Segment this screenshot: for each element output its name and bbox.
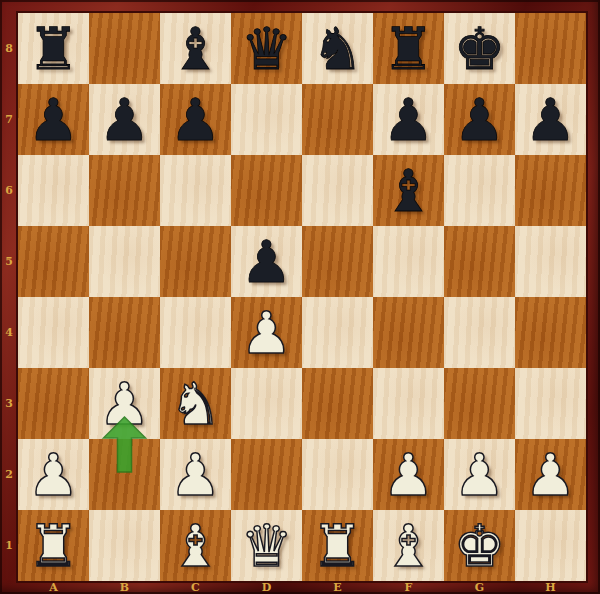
- piece-black-queen[interactable]: ♛: [231, 13, 302, 84]
- file-label-d: D: [231, 581, 302, 594]
- rank-label-6: 6: [0, 155, 18, 226]
- square-c5[interactable]: [160, 226, 231, 297]
- square-b2[interactable]: [89, 439, 160, 510]
- square-h5[interactable]: [515, 226, 586, 297]
- piece-white-pawn[interactable]: ♟: [231, 297, 302, 368]
- square-b5[interactable]: [89, 226, 160, 297]
- square-b8[interactable]: [89, 13, 160, 84]
- piece-black-pawn[interactable]: ♟: [231, 226, 302, 297]
- square-a7[interactable]: ♟: [18, 84, 89, 155]
- square-a5[interactable]: [18, 226, 89, 297]
- square-h7[interactable]: ♟: [515, 84, 586, 155]
- square-e7[interactable]: [302, 84, 373, 155]
- piece-black-pawn[interactable]: ♟: [160, 84, 231, 155]
- file-label-b: B: [89, 581, 160, 594]
- piece-black-pawn[interactable]: ♟: [373, 84, 444, 155]
- square-f7[interactable]: ♟: [373, 84, 444, 155]
- piece-white-queen[interactable]: ♛: [231, 510, 302, 581]
- piece-black-pawn[interactable]: ♟: [18, 84, 89, 155]
- piece-black-bishop[interactable]: ♝: [160, 13, 231, 84]
- square-b4[interactable]: [89, 297, 160, 368]
- square-b1[interactable]: [89, 510, 160, 581]
- square-f3[interactable]: [373, 368, 444, 439]
- square-h4[interactable]: [515, 297, 586, 368]
- square-h8[interactable]: [515, 13, 586, 84]
- piece-white-pawn[interactable]: ♟: [18, 439, 89, 510]
- square-e8[interactable]: ♞: [302, 13, 373, 84]
- square-a4[interactable]: [18, 297, 89, 368]
- file-label-a: A: [18, 581, 89, 594]
- square-d3[interactable]: [231, 368, 302, 439]
- file-label-e: E: [302, 581, 373, 594]
- piece-white-rook[interactable]: ♜: [302, 510, 373, 581]
- piece-white-bishop[interactable]: ♝: [373, 510, 444, 581]
- file-label-c: C: [160, 581, 231, 594]
- piece-white-bishop[interactable]: ♝: [160, 510, 231, 581]
- square-a1[interactable]: ♜: [18, 510, 89, 581]
- piece-black-knight[interactable]: ♞: [302, 13, 373, 84]
- square-g2[interactable]: ♟: [444, 439, 515, 510]
- square-c1[interactable]: ♝: [160, 510, 231, 581]
- piece-black-king[interactable]: ♚: [444, 13, 515, 84]
- square-c4[interactable]: [160, 297, 231, 368]
- square-a6[interactable]: [18, 155, 89, 226]
- piece-black-pawn[interactable]: ♟: [89, 84, 160, 155]
- square-g1[interactable]: ♚: [444, 510, 515, 581]
- piece-black-pawn[interactable]: ♟: [444, 84, 515, 155]
- square-h2[interactable]: ♟: [515, 439, 586, 510]
- square-d7[interactable]: [231, 84, 302, 155]
- square-g5[interactable]: [444, 226, 515, 297]
- square-e3[interactable]: [302, 368, 373, 439]
- square-a2[interactable]: ♟: [18, 439, 89, 510]
- square-f8[interactable]: ♜: [373, 13, 444, 84]
- rank-label-2: 2: [0, 439, 18, 510]
- piece-white-knight[interactable]: ♞: [160, 368, 231, 439]
- piece-white-pawn[interactable]: ♟: [160, 439, 231, 510]
- square-b3[interactable]: ♟: [89, 368, 160, 439]
- square-g7[interactable]: ♟: [444, 84, 515, 155]
- file-labels: ABCDEFGH: [18, 581, 586, 594]
- piece-white-pawn[interactable]: ♟: [89, 368, 160, 439]
- square-f4[interactable]: [373, 297, 444, 368]
- square-f1[interactable]: ♝: [373, 510, 444, 581]
- square-g8[interactable]: ♚: [444, 13, 515, 84]
- square-h6[interactable]: [515, 155, 586, 226]
- piece-white-pawn[interactable]: ♟: [515, 439, 586, 510]
- piece-black-bishop[interactable]: ♝: [373, 155, 444, 226]
- rank-label-1: 1: [0, 510, 18, 581]
- file-label-h: H: [515, 581, 586, 594]
- square-e6[interactable]: [302, 155, 373, 226]
- square-d2[interactable]: [231, 439, 302, 510]
- square-c3[interactable]: ♞: [160, 368, 231, 439]
- piece-white-pawn[interactable]: ♟: [373, 439, 444, 510]
- square-c2[interactable]: ♟: [160, 439, 231, 510]
- rank-label-5: 5: [0, 226, 18, 297]
- square-d6[interactable]: [231, 155, 302, 226]
- piece-white-rook[interactable]: ♜: [18, 510, 89, 581]
- square-a3[interactable]: [18, 368, 89, 439]
- piece-white-pawn[interactable]: ♟: [444, 439, 515, 510]
- square-c8[interactable]: ♝: [160, 13, 231, 84]
- board-frame: 87654321 ♜♝♛♞♜♚♟♟♟♟♟♟♝♟♟♟♞♟♟♟♟♟♜♝♛♜♝♚ AB…: [0, 0, 600, 594]
- square-b6[interactable]: [89, 155, 160, 226]
- piece-black-pawn[interactable]: ♟: [515, 84, 586, 155]
- rank-labels: 87654321: [0, 13, 18, 581]
- square-d1[interactable]: ♛: [231, 510, 302, 581]
- rank-label-4: 4: [0, 297, 18, 368]
- chess-board[interactable]: ♜♝♛♞♜♚♟♟♟♟♟♟♝♟♟♟♞♟♟♟♟♟♜♝♛♜♝♚: [18, 13, 586, 581]
- square-g6[interactable]: [444, 155, 515, 226]
- square-d8[interactable]: ♛: [231, 13, 302, 84]
- square-e2[interactable]: [302, 439, 373, 510]
- square-h1[interactable]: [515, 510, 586, 581]
- square-c7[interactable]: ♟: [160, 84, 231, 155]
- piece-black-rook[interactable]: ♜: [18, 13, 89, 84]
- file-label-f: F: [373, 581, 444, 594]
- rank-label-7: 7: [0, 84, 18, 155]
- rank-label-8: 8: [0, 13, 18, 84]
- piece-black-rook[interactable]: ♜: [373, 13, 444, 84]
- rank-label-3: 3: [0, 368, 18, 439]
- square-e5[interactable]: [302, 226, 373, 297]
- square-a8[interactable]: ♜: [18, 13, 89, 84]
- square-h3[interactable]: [515, 368, 586, 439]
- square-g3[interactable]: [444, 368, 515, 439]
- square-f6[interactable]: ♝: [373, 155, 444, 226]
- square-d4[interactable]: ♟: [231, 297, 302, 368]
- square-d5[interactable]: ♟: [231, 226, 302, 297]
- square-c6[interactable]: [160, 155, 231, 226]
- file-label-g: G: [444, 581, 515, 594]
- square-g4[interactable]: [444, 297, 515, 368]
- square-b7[interactable]: ♟: [89, 84, 160, 155]
- piece-white-king[interactable]: ♚: [444, 510, 515, 581]
- square-f2[interactable]: ♟: [373, 439, 444, 510]
- square-f5[interactable]: [373, 226, 444, 297]
- square-e4[interactable]: [302, 297, 373, 368]
- square-e1[interactable]: ♜: [302, 510, 373, 581]
